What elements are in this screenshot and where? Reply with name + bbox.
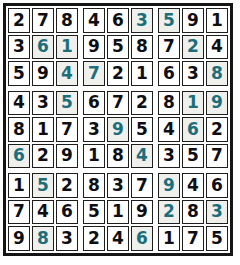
sudoku-cell[interactable]: 4	[158, 117, 180, 142]
sudoku-cell[interactable]: 1	[158, 226, 180, 251]
sudoku-cell[interactable]: 6	[56, 200, 78, 225]
sudoku-cell[interactable]: 5	[182, 144, 204, 169]
sudoku-cell[interactable]: 3	[8, 35, 30, 60]
sudoku-cell[interactable]: 9	[158, 173, 180, 198]
sudoku-cell[interactable]: 1	[83, 144, 105, 169]
sudoku-cell[interactable]: 9	[8, 226, 30, 251]
sudoku-cell[interactable]: 1	[131, 61, 153, 86]
sudoku-cell[interactable]: 7	[206, 144, 228, 169]
sudoku-cell[interactable]: 2	[182, 35, 204, 60]
sudoku-cell[interactable]: 7	[83, 61, 105, 86]
sudoku-cell[interactable]: 6	[83, 91, 105, 116]
sudoku-cell[interactable]: 3	[83, 117, 105, 142]
sudoku-cell[interactable]: 1	[107, 200, 129, 225]
sudoku-cell[interactable]: 1	[32, 117, 54, 142]
sudoku-cell[interactable]: 3	[131, 8, 153, 33]
sudoku-cell[interactable]: 2	[56, 173, 78, 198]
sudoku-cell[interactable]: 6	[182, 117, 204, 142]
sudoku-cell[interactable]: 2	[158, 200, 180, 225]
sudoku-cell[interactable]: 3	[158, 144, 180, 169]
sudoku-cell[interactable]: 3	[182, 61, 204, 86]
sudoku-cell[interactable]: 3	[56, 226, 78, 251]
sudoku-cell[interactable]: 4	[83, 8, 105, 33]
sudoku-cell[interactable]: 4	[206, 35, 228, 60]
sudoku-cell[interactable]: 7	[56, 117, 78, 142]
sudoku-cell[interactable]: 6	[107, 8, 129, 33]
sudoku-cell[interactable]: 5	[32, 173, 54, 198]
sudoku-cell[interactable]: 8	[32, 226, 54, 251]
sudoku-cell[interactable]: 4	[182, 173, 204, 198]
sudoku-cell[interactable]: 2	[32, 144, 54, 169]
sudoku-cell[interactable]: 9	[56, 144, 78, 169]
sudoku-cell[interactable]: 6	[206, 173, 228, 198]
sudoku-board: 2784635913619587245947216384356728198173…	[3, 3, 233, 256]
sudoku-cell[interactable]: 8	[56, 8, 78, 33]
sudoku-cell[interactable]: 6	[131, 226, 153, 251]
sudoku-cell[interactable]: 8	[83, 173, 105, 198]
sudoku-cell[interactable]: 2	[8, 8, 30, 33]
sudoku-cell[interactable]: 2	[206, 117, 228, 142]
sudoku-cell[interactable]: 7	[107, 91, 129, 116]
sudoku-cell[interactable]: 6	[158, 61, 180, 86]
sudoku-cell[interactable]: 3	[32, 91, 54, 116]
sudoku-cell[interactable]: 7	[131, 173, 153, 198]
sudoku-cell[interactable]: 9	[83, 35, 105, 60]
sudoku-cell[interactable]: 5	[56, 91, 78, 116]
sudoku-cell[interactable]: 1	[56, 35, 78, 60]
sudoku-cell[interactable]: 1	[8, 173, 30, 198]
sudoku-cell[interactable]: 4	[56, 61, 78, 86]
sudoku-cell[interactable]: 8	[158, 91, 180, 116]
sudoku-cell[interactable]: 3	[107, 173, 129, 198]
sudoku-cell[interactable]: 5	[8, 61, 30, 86]
sudoku-cell[interactable]: 8	[131, 35, 153, 60]
sudoku-cell[interactable]: 9	[131, 200, 153, 225]
sudoku-cell[interactable]: 9	[32, 61, 54, 86]
sudoku-cell[interactable]: 3	[206, 200, 228, 225]
sudoku-cell[interactable]: 7	[32, 8, 54, 33]
sudoku-cell[interactable]: 1	[182, 91, 204, 116]
sudoku-cell[interactable]: 8	[182, 200, 204, 225]
sudoku-cell[interactable]: 5	[131, 117, 153, 142]
sudoku-cell[interactable]: 9	[206, 91, 228, 116]
sudoku-cell[interactable]: 8	[107, 144, 129, 169]
sudoku-cell[interactable]: 5	[206, 226, 228, 251]
sudoku-cell[interactable]: 2	[83, 226, 105, 251]
sudoku-cell[interactable]: 5	[158, 8, 180, 33]
sudoku-cell[interactable]: 2	[107, 61, 129, 86]
sudoku-cell[interactable]: 6	[8, 144, 30, 169]
sudoku-cell[interactable]: 7	[8, 200, 30, 225]
sudoku-cell[interactable]: 8	[8, 117, 30, 142]
sudoku-cell[interactable]: 8	[206, 61, 228, 86]
sudoku-cell[interactable]: 7	[158, 35, 180, 60]
sudoku-cell[interactable]: 4	[131, 144, 153, 169]
sudoku-cell[interactable]: 7	[182, 226, 204, 251]
sudoku-cell[interactable]: 2	[131, 91, 153, 116]
sudoku-cell[interactable]: 4	[32, 200, 54, 225]
sudoku-cell[interactable]: 9	[107, 117, 129, 142]
sudoku-cell[interactable]: 9	[182, 8, 204, 33]
sudoku-cell[interactable]: 6	[32, 35, 54, 60]
sudoku-cell[interactable]: 5	[107, 35, 129, 60]
sudoku-cell[interactable]: 5	[83, 200, 105, 225]
sudoku-cell[interactable]: 4	[8, 91, 30, 116]
sudoku-cell[interactable]: 1	[206, 8, 228, 33]
sudoku-cell[interactable]: 4	[107, 226, 129, 251]
